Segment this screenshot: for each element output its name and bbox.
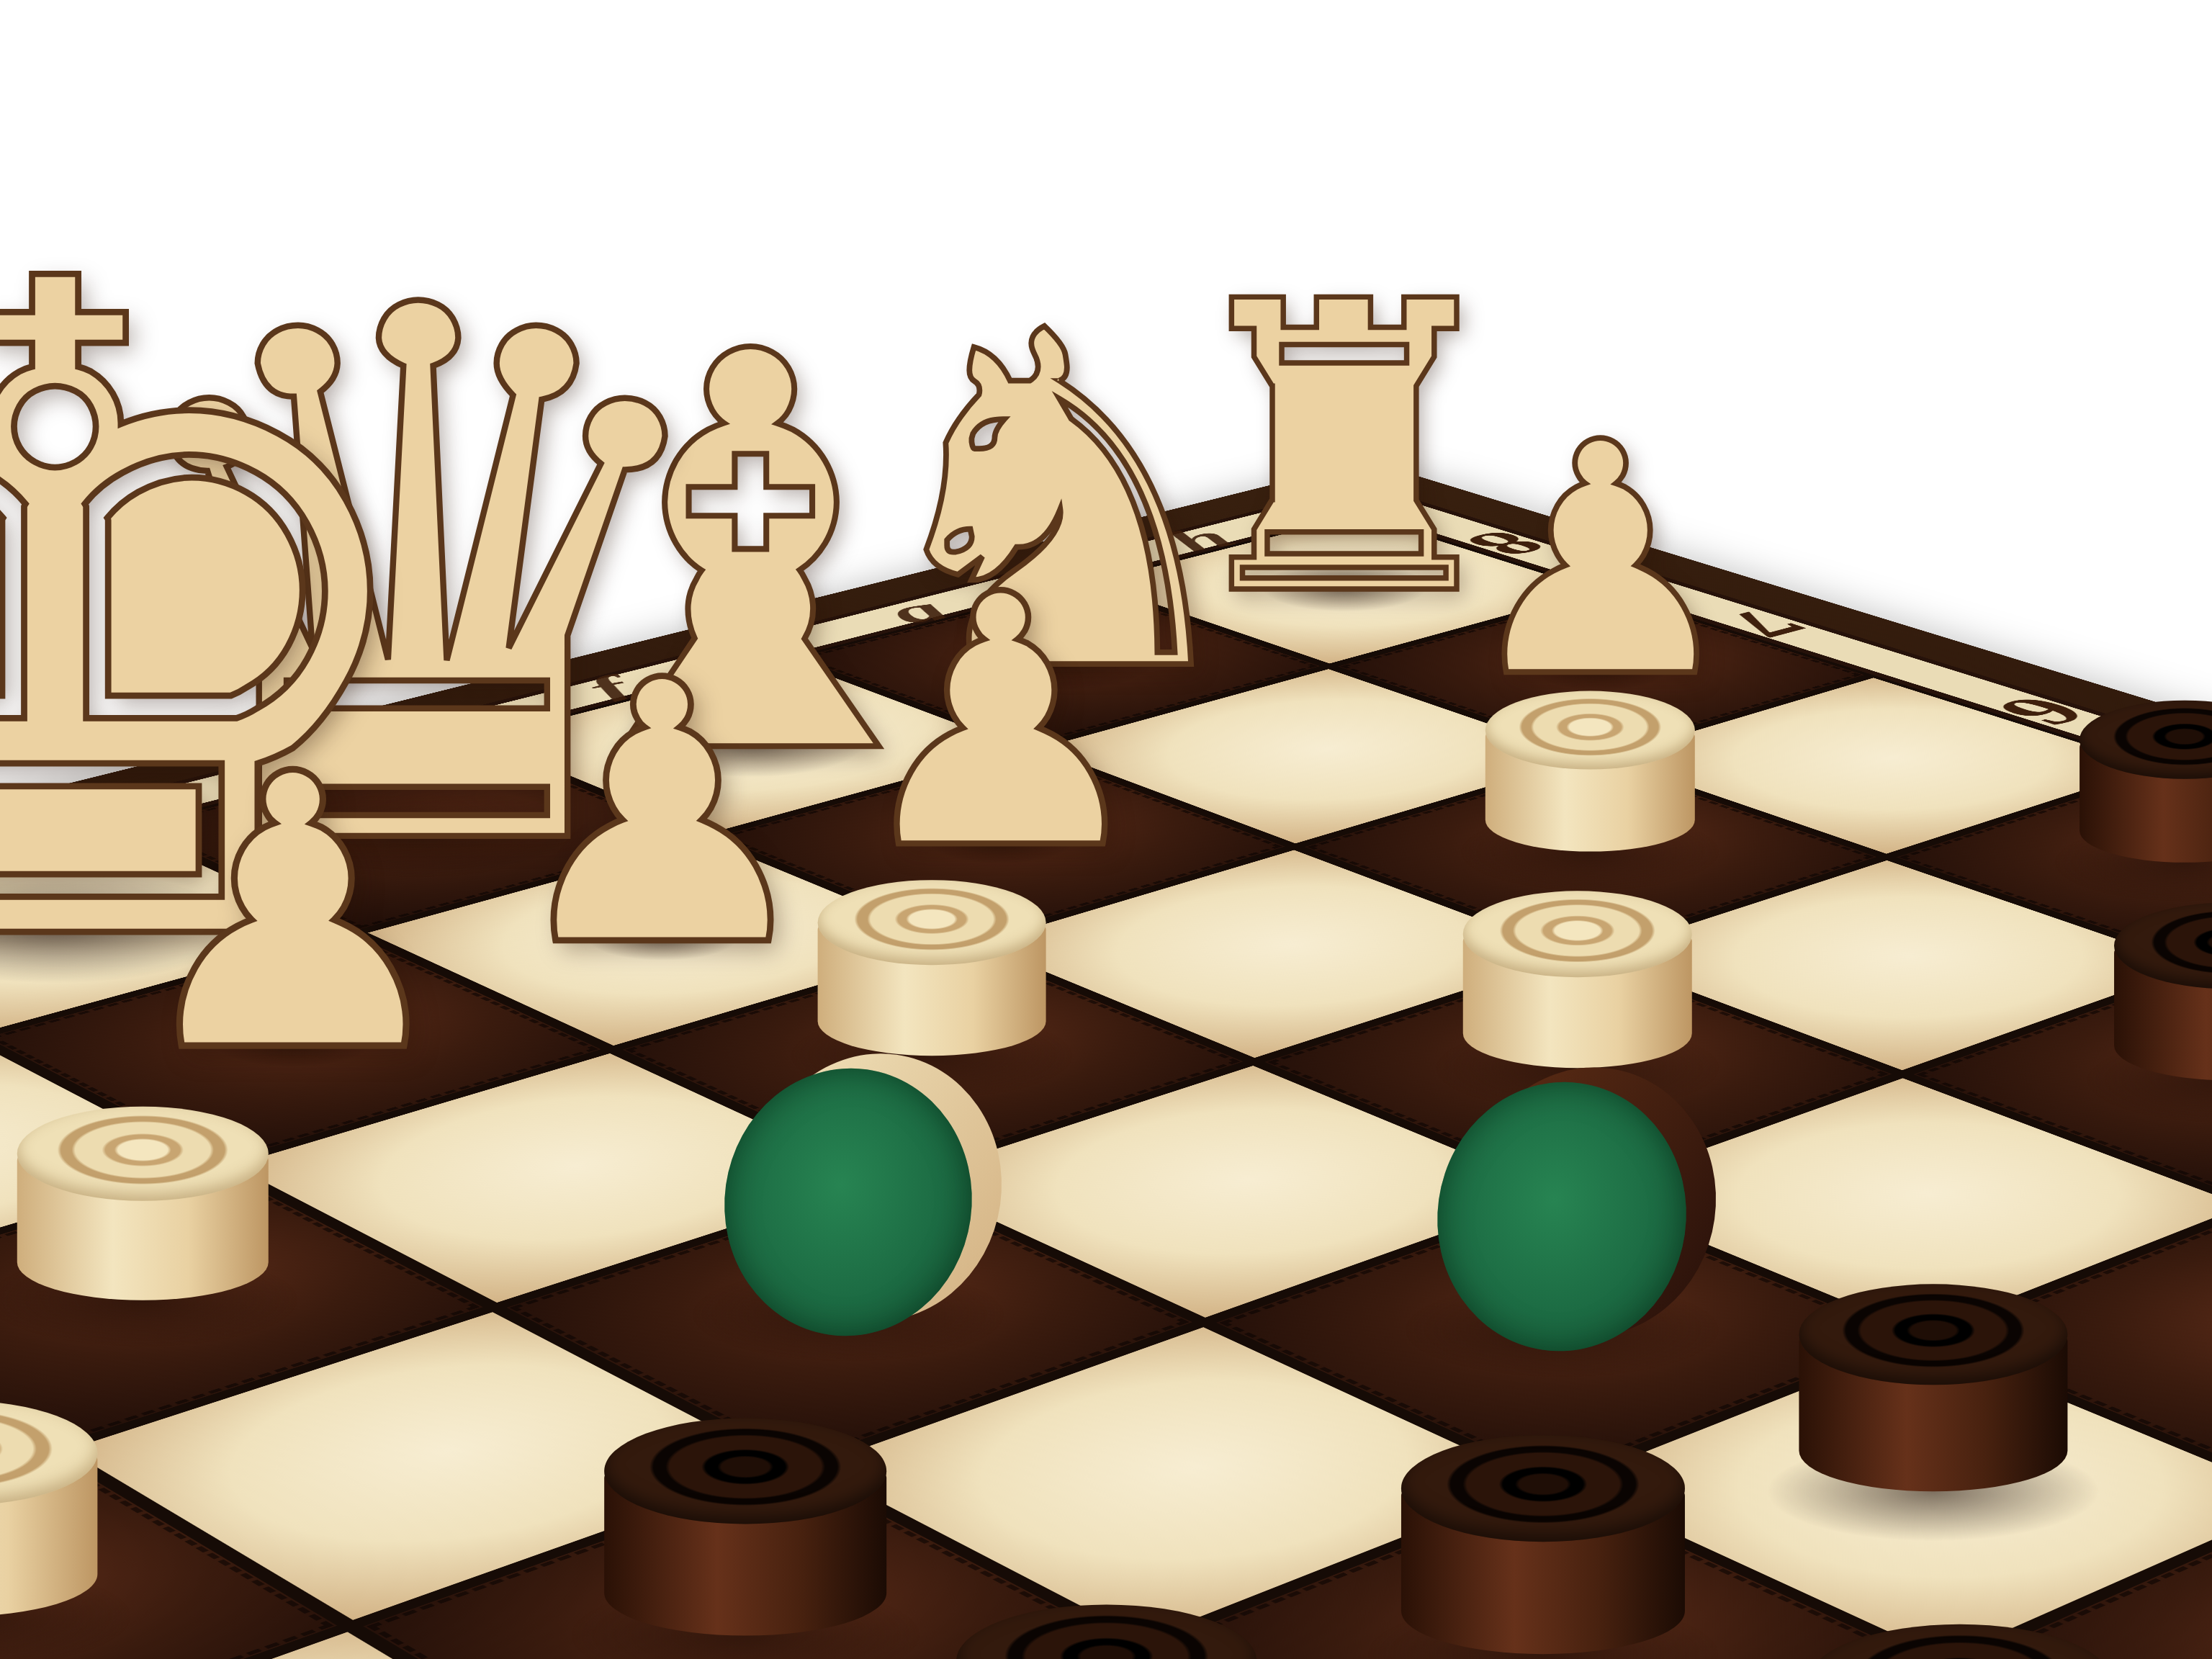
white-pawn-glyph: ♟: [845, 550, 1156, 897]
checker-cylinder-dark: [604, 1471, 886, 1635]
checker-cylinder-dark: [1401, 1488, 1685, 1654]
checker-cylinder-light: [1462, 934, 1691, 1068]
checker-top-rings: [818, 880, 1046, 966]
checker-cylinder-dark: [1799, 1335, 2067, 1492]
checker-top-rings: [1401, 1436, 1685, 1542]
checker-top-rings: [1799, 1285, 2067, 1385]
checker-cylinder-light: [17, 1154, 268, 1300]
white-pawn-glyph: ♟: [1457, 401, 1744, 721]
checker-top-rings: [1462, 891, 1691, 977]
checker-cylinder-dark: [2080, 739, 2212, 862]
checker-cylinder-light: [818, 922, 1046, 1056]
tipped-checker-light: [708, 1052, 990, 1352]
tipped-checker-dark: [1420, 1066, 1704, 1367]
checker-cylinder-light: [1485, 730, 1694, 852]
checker-top-rings: [17, 1107, 268, 1201]
checker-cylinder-dark: [2114, 946, 2212, 1081]
checker-top-rings: [1485, 691, 1694, 769]
checker-cylinder-light: [0, 1453, 98, 1617]
product-photo-scene: 87654321 hgfedcba ♜♞♝♛♚♟♟♟♟: [0, 0, 2212, 1659]
white-pawn-glyph: ♟: [123, 726, 462, 1104]
white-pawn-glyph: ♟: [500, 634, 824, 997]
checker-top-rings: [604, 1418, 886, 1524]
